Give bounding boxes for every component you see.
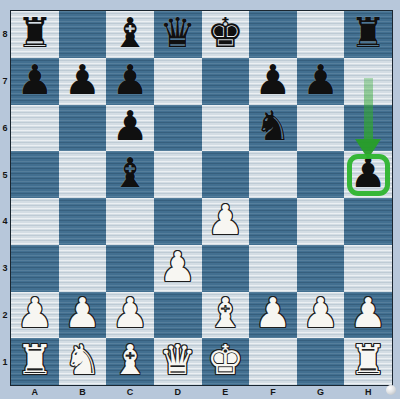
piece-black-pawn[interactable]: ♟ [112, 106, 149, 147]
square-f3[interactable] [249, 245, 297, 292]
piece-black-rook[interactable]: ♜ [16, 13, 53, 54]
square-d3[interactable]: ♟ [154, 245, 202, 292]
rank-label-5: 5 [0, 151, 10, 198]
square-d6[interactable] [154, 105, 202, 152]
square-b8[interactable] [59, 11, 107, 58]
piece-white-bishop[interactable]: ♝ [207, 293, 244, 334]
piece-white-queen[interactable]: ♛ [159, 340, 196, 381]
square-h4[interactable] [344, 198, 392, 245]
piece-black-knight[interactable]: ♞ [255, 106, 292, 147]
square-g3[interactable] [297, 245, 345, 292]
square-d7[interactable] [154, 58, 202, 105]
piece-black-pawn[interactable]: ♟ [64, 60, 101, 101]
square-f8[interactable] [249, 11, 297, 58]
piece-black-pawn[interactable]: ♟ [16, 60, 53, 101]
square-h6[interactable] [344, 105, 392, 152]
square-a3[interactable] [11, 245, 59, 292]
piece-black-king[interactable]: ♚ [207, 13, 244, 54]
page-background: ♜♝♛♚♜♟♟♟♟♟♟♞♝♟♟♟♟♟♟♝♟♟♟♜♞♝♛♚♜ 87654321 A… [0, 0, 400, 399]
square-b4[interactable] [59, 198, 107, 245]
square-e5[interactable] [202, 151, 250, 198]
square-g6[interactable] [297, 105, 345, 152]
piece-black-pawn[interactable]: ♟ [112, 60, 149, 101]
piece-white-pawn[interactable]: ♟ [207, 200, 244, 241]
square-d2[interactable] [154, 292, 202, 339]
piece-white-pawn[interactable]: ♟ [302, 293, 339, 334]
rank-label-8: 8 [0, 11, 10, 58]
rank-label-3: 3 [0, 245, 10, 292]
rank-label-7: 7 [0, 58, 10, 105]
piece-black-bishop[interactable]: ♝ [112, 153, 149, 194]
square-f5[interactable] [249, 151, 297, 198]
square-h3[interactable] [344, 245, 392, 292]
square-c1[interactable]: ♝ [106, 338, 154, 385]
square-c7[interactable]: ♟ [106, 58, 154, 105]
square-f2[interactable]: ♟ [249, 292, 297, 339]
square-a1[interactable]: ♜ [11, 338, 59, 385]
rank-label-4: 4 [0, 198, 10, 245]
square-e8[interactable]: ♚ [202, 11, 250, 58]
square-h2[interactable]: ♟ [344, 292, 392, 339]
square-h1[interactable]: ♜ [344, 338, 392, 385]
square-c2[interactable]: ♟ [106, 292, 154, 339]
square-e3[interactable] [202, 245, 250, 292]
square-c4[interactable] [106, 198, 154, 245]
square-d1[interactable]: ♛ [154, 338, 202, 385]
square-e1[interactable]: ♚ [202, 338, 250, 385]
square-a7[interactable]: ♟ [11, 58, 59, 105]
square-b6[interactable] [59, 105, 107, 152]
square-d5[interactable] [154, 151, 202, 198]
piece-white-pawn[interactable]: ♟ [255, 293, 292, 334]
square-b1[interactable]: ♞ [59, 338, 107, 385]
piece-white-pawn[interactable]: ♟ [16, 293, 53, 334]
corner-dot-icon [386, 385, 396, 395]
piece-white-pawn[interactable]: ♟ [112, 293, 149, 334]
piece-black-bishop[interactable]: ♝ [112, 13, 149, 54]
square-f7[interactable]: ♟ [249, 58, 297, 105]
square-f6[interactable]: ♞ [249, 105, 297, 152]
rank-labels: 87654321 [0, 11, 10, 385]
file-labels: ABCDEFGH [11, 385, 392, 399]
square-h8[interactable]: ♜ [344, 11, 392, 58]
square-e4[interactable]: ♟ [202, 198, 250, 245]
square-b2[interactable]: ♟ [59, 292, 107, 339]
piece-black-pawn[interactable]: ♟ [350, 153, 387, 194]
square-f4[interactable] [249, 198, 297, 245]
rank-label-2: 2 [0, 292, 10, 339]
square-f1[interactable] [249, 338, 297, 385]
piece-black-rook[interactable]: ♜ [350, 13, 387, 54]
piece-white-pawn[interactable]: ♟ [64, 293, 101, 334]
square-g4[interactable] [297, 198, 345, 245]
square-c8[interactable]: ♝ [106, 11, 154, 58]
file-label-h: H [344, 385, 392, 399]
file-label-b: B [59, 385, 107, 399]
piece-black-pawn[interactable]: ♟ [302, 60, 339, 101]
file-label-f: F [249, 385, 297, 399]
square-g7[interactable]: ♟ [297, 58, 345, 105]
piece-white-knight[interactable]: ♞ [64, 340, 101, 381]
rank-label-1: 1 [0, 338, 10, 385]
chess-board[interactable]: ♜♝♛♚♜♟♟♟♟♟♟♞♝♟♟♟♟♟♟♝♟♟♟♜♞♝♛♚♜ [10, 10, 393, 386]
square-a8[interactable]: ♜ [11, 11, 59, 58]
square-a5[interactable] [11, 151, 59, 198]
file-label-g: G [297, 385, 345, 399]
square-h5[interactable]: ♟ [344, 151, 392, 198]
square-b3[interactable] [59, 245, 107, 292]
square-c6[interactable]: ♟ [106, 105, 154, 152]
file-label-c: C [106, 385, 154, 399]
square-e6[interactable] [202, 105, 250, 152]
piece-white-bishop[interactable]: ♝ [112, 340, 149, 381]
rank-label-6: 6 [0, 105, 10, 152]
square-g5[interactable] [297, 151, 345, 198]
piece-white-pawn[interactable]: ♟ [159, 247, 196, 288]
piece-black-queen[interactable]: ♛ [159, 13, 196, 54]
square-c3[interactable] [106, 245, 154, 292]
square-h7[interactable] [344, 58, 392, 105]
square-e7[interactable] [202, 58, 250, 105]
square-b7[interactable]: ♟ [59, 58, 107, 105]
square-g8[interactable] [297, 11, 345, 58]
square-c5[interactable]: ♝ [106, 151, 154, 198]
file-label-e: E [202, 385, 250, 399]
square-d4[interactable] [154, 198, 202, 245]
piece-white-pawn[interactable]: ♟ [350, 293, 387, 334]
piece-black-pawn[interactable]: ♟ [255, 60, 292, 101]
square-a2[interactable]: ♟ [11, 292, 59, 339]
file-label-a: A [11, 385, 59, 399]
square-g2[interactable]: ♟ [297, 292, 345, 339]
square-a4[interactable] [11, 198, 59, 245]
piece-white-king[interactable]: ♚ [207, 340, 244, 381]
file-label-d: D [154, 385, 202, 399]
square-a6[interactable] [11, 105, 59, 152]
square-g1[interactable] [297, 338, 345, 385]
piece-white-rook[interactable]: ♜ [16, 340, 53, 381]
square-b5[interactable] [59, 151, 107, 198]
square-d8[interactable]: ♛ [154, 11, 202, 58]
square-e2[interactable]: ♝ [202, 292, 250, 339]
piece-white-rook[interactable]: ♜ [350, 340, 387, 381]
